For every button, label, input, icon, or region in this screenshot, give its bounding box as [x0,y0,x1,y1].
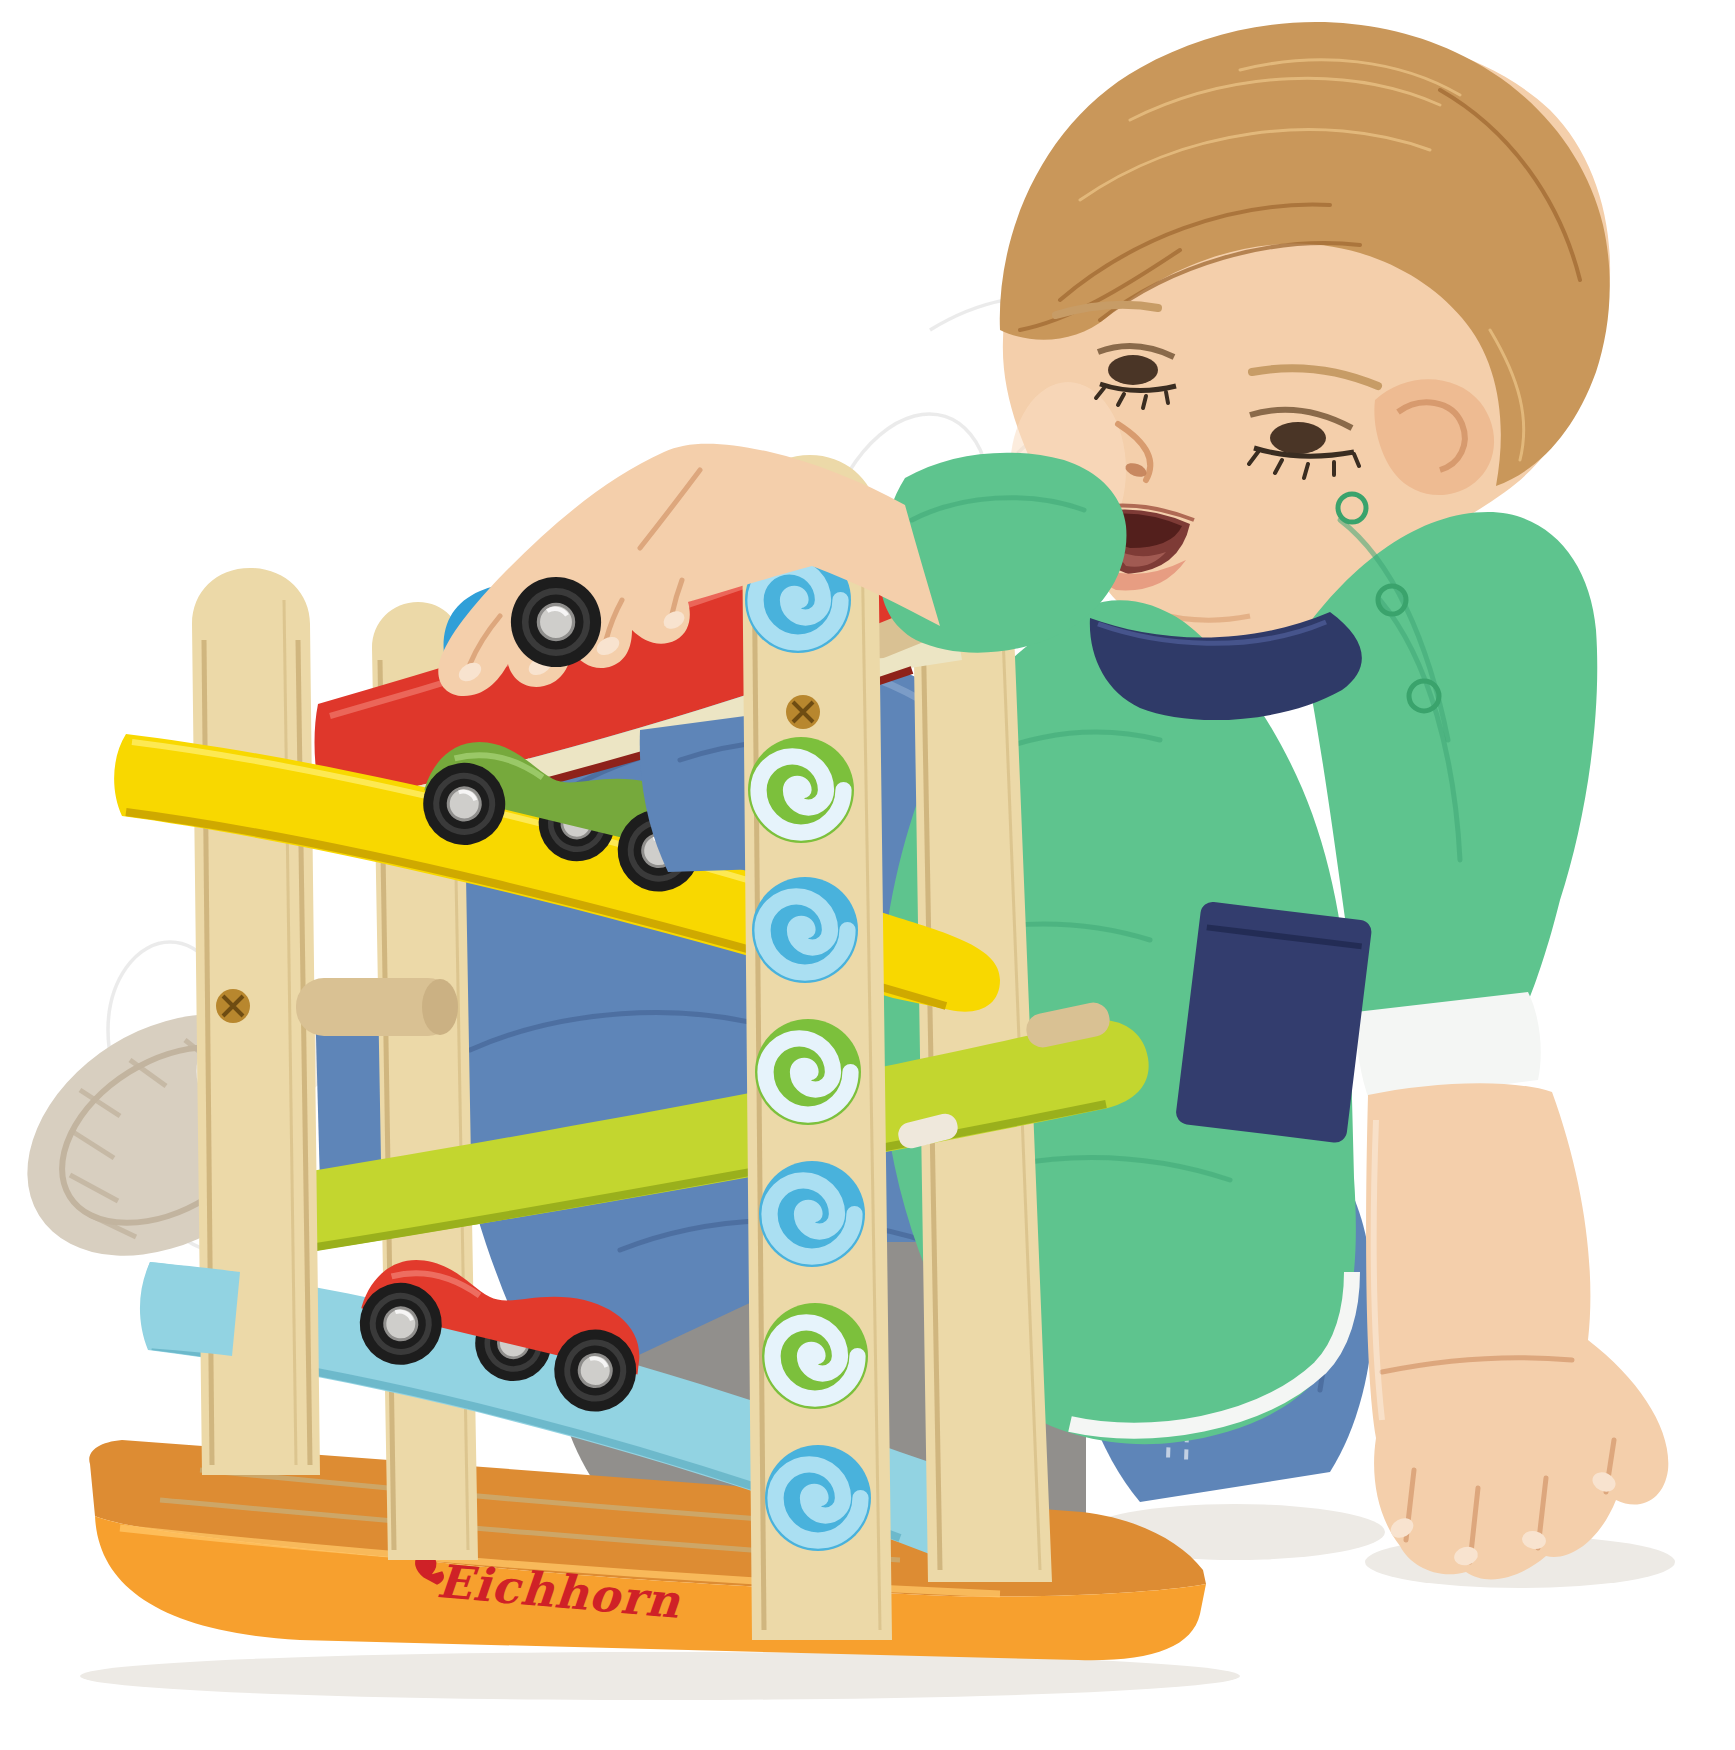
post-spiral [742,455,892,1640]
dowel-rod [296,978,458,1036]
ramp-bottom-tip [141,1262,240,1356]
product-photo: Eichhorn [0,0,1735,1750]
car-blue-wheel [511,577,601,667]
chest-pocket [1175,901,1373,1144]
spiral-disc-4 [755,1019,861,1125]
post-spiral-screw [786,695,820,729]
illustration: Eichhorn [0,0,1735,1750]
spiral-disc-7 [765,1445,871,1551]
spiral-disc-2 [748,737,854,843]
spiral-disc-6 [762,1303,868,1409]
post-screw [216,989,250,1023]
spiral-disc-5 [759,1161,865,1267]
spiral-disc-3 [752,877,858,983]
